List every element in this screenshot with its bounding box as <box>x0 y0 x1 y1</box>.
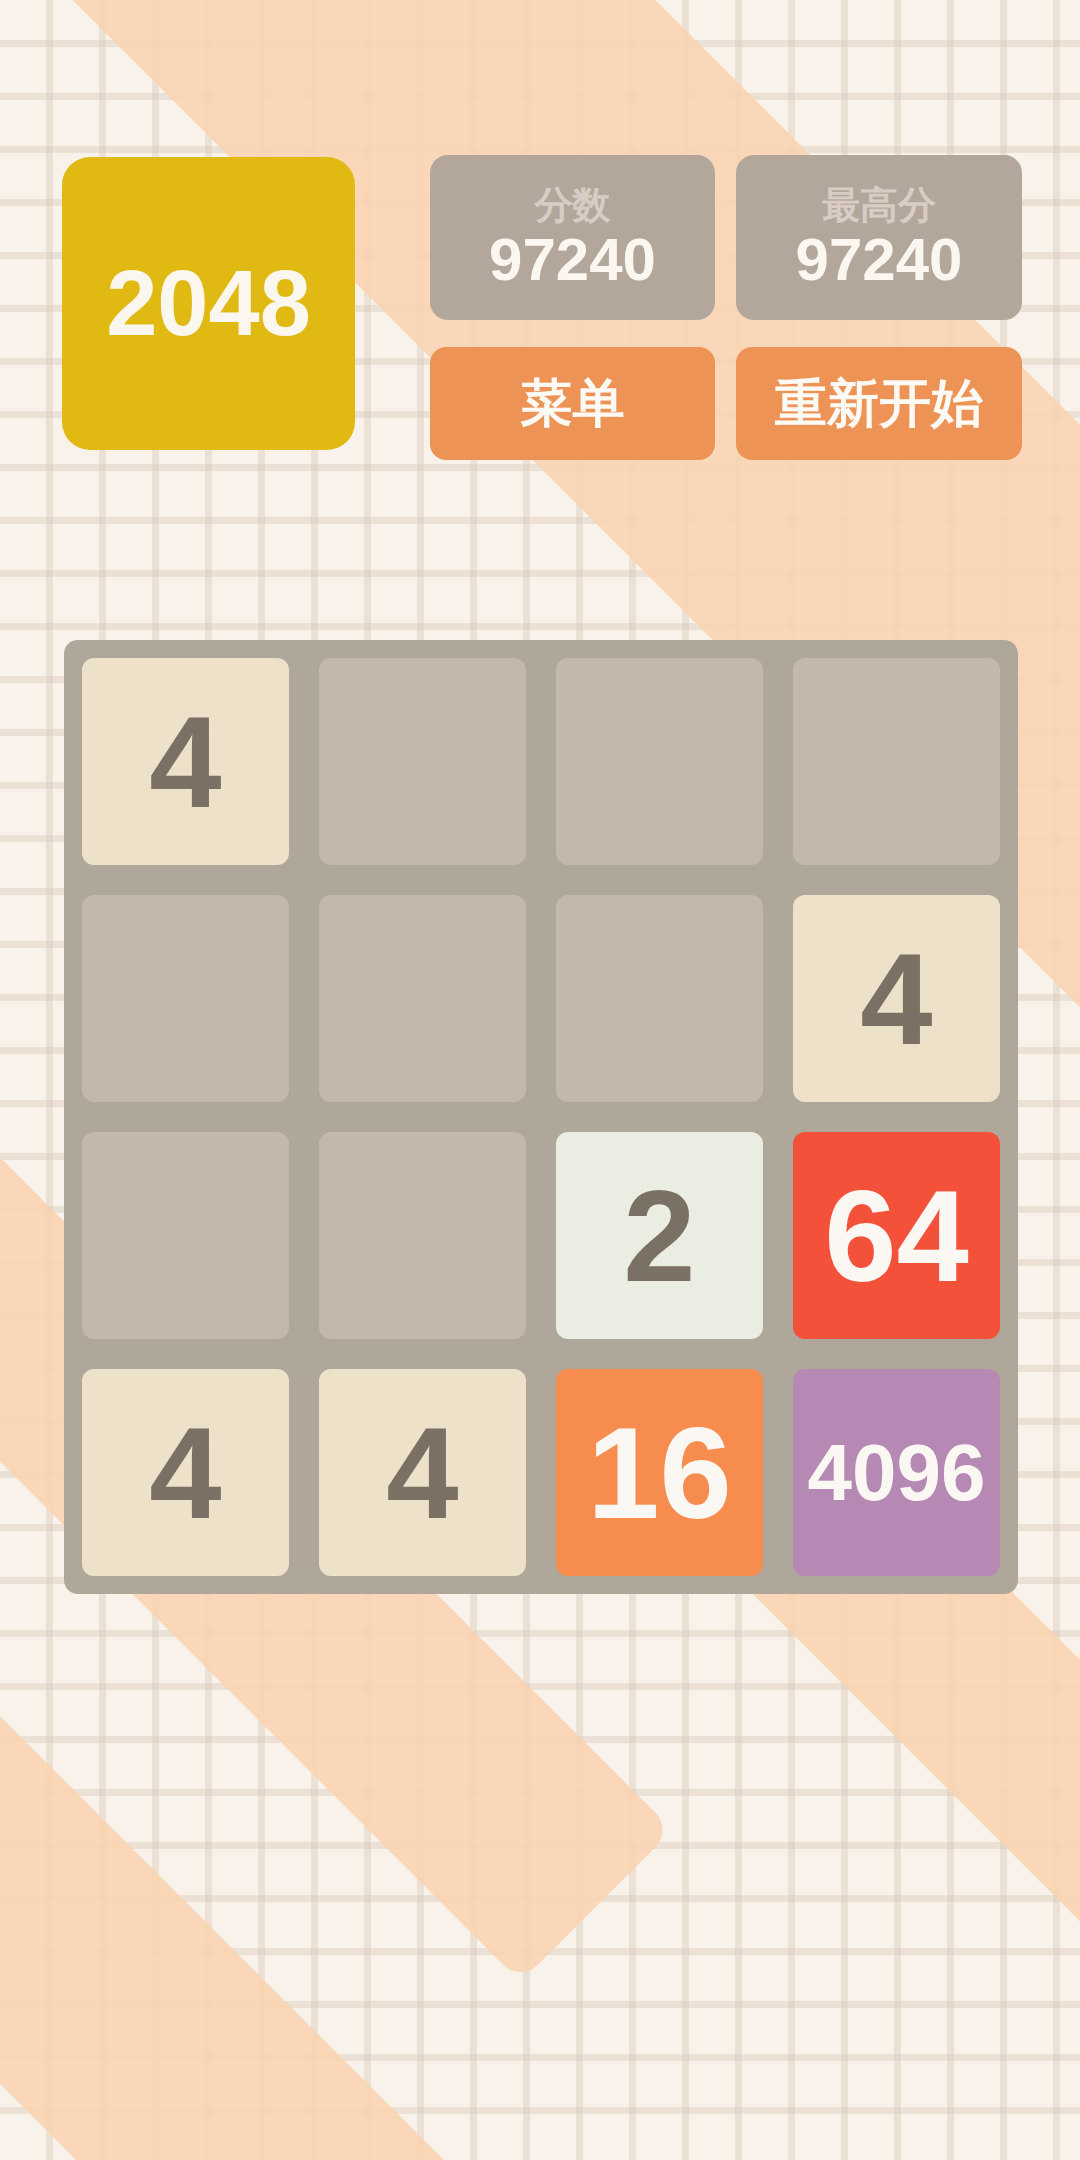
cell-r4c1[interactable]: 4 <box>82 1369 289 1576</box>
cell-r3c2[interactable] <box>319 1132 526 1339</box>
score-value: 97240 <box>489 230 656 290</box>
cell-r4c4[interactable]: 4096 <box>793 1369 1000 1576</box>
board-grid[interactable]: 4 4 2 64 4 4 16 4096 <box>64 640 1018 1594</box>
game-logo: 2048 <box>62 157 355 450</box>
game-title: 2048 <box>106 251 311 356</box>
cell-r2c3[interactable] <box>556 895 763 1102</box>
best-score-value: 97240 <box>796 230 963 290</box>
cell-r2c4[interactable]: 4 <box>793 895 1000 1102</box>
cell-r3c4[interactable]: 64 <box>793 1132 1000 1339</box>
best-score-label: 最高分 <box>822 186 936 224</box>
cell-r3c1[interactable] <box>82 1132 289 1339</box>
menu-button[interactable]: 菜单 <box>430 347 715 460</box>
cell-r1c3[interactable] <box>556 658 763 865</box>
cell-r3c3[interactable]: 2 <box>556 1132 763 1339</box>
cell-r4c3[interactable]: 16 <box>556 1369 763 1576</box>
cell-r1c2[interactable] <box>319 658 526 865</box>
cell-r2c2[interactable] <box>319 895 526 1102</box>
background-stripe <box>0 1659 481 2160</box>
cell-r4c2[interactable]: 4 <box>319 1369 526 1576</box>
restart-button[interactable]: 重新开始 <box>736 347 1022 460</box>
game-screen: 2048 分数 97240 最高分 97240 菜单 重新开始 4 4 2 64… <box>0 0 1080 2160</box>
score-box: 分数 97240 <box>430 155 715 320</box>
cell-r2c1[interactable] <box>82 895 289 1102</box>
best-score-box: 最高分 97240 <box>736 155 1022 320</box>
cell-r1c4[interactable] <box>793 658 1000 865</box>
score-label: 分数 <box>535 186 611 224</box>
cell-r1c1[interactable]: 4 <box>82 658 289 865</box>
